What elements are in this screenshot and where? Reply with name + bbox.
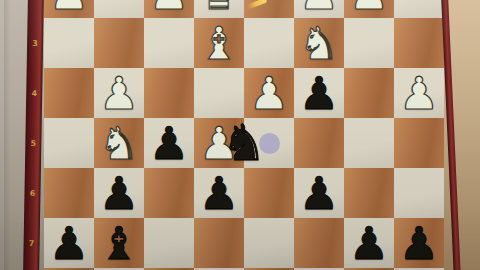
square-a5[interactable] bbox=[394, 118, 444, 168]
square-h6[interactable] bbox=[44, 168, 94, 218]
chess-board[interactable]: ♟♟♛♟♟♝♞♟♟♟♟♞♟♟♞♟♟♟♟♝♟♟ bbox=[44, 0, 444, 270]
square-g3[interactable] bbox=[94, 18, 144, 68]
square-c5[interactable] bbox=[294, 118, 344, 168]
piece-white-pawn-c2[interactable]: ♟ bbox=[294, 0, 344, 18]
piece-white-bishop-e3[interactable]: ♝ bbox=[194, 18, 244, 68]
piece-white-pawn-h2[interactable]: ♟ bbox=[44, 0, 94, 18]
square-d3[interactable] bbox=[244, 18, 294, 68]
square-b6[interactable] bbox=[344, 168, 394, 218]
square-d6[interactable] bbox=[244, 168, 294, 218]
square-a3[interactable] bbox=[394, 18, 444, 68]
rank-label-3: 3 bbox=[27, 39, 43, 48]
square-h4[interactable] bbox=[44, 68, 94, 118]
piece-black-pawn-h7[interactable]: ♟ bbox=[44, 218, 94, 268]
piece-white-pawn-b2[interactable]: ♟ bbox=[344, 0, 394, 18]
piece-black-pawn-e6[interactable]: ♟ bbox=[194, 168, 244, 218]
piece-white-pawn-f2[interactable]: ♟ bbox=[144, 0, 194, 18]
piece-black-bishop-g7[interactable]: ♝ bbox=[94, 218, 144, 268]
rank-label-6: 6 bbox=[24, 189, 40, 198]
square-h3[interactable] bbox=[44, 18, 94, 68]
piece-black-pawn-f5[interactable]: ♟ bbox=[144, 118, 194, 168]
dragged-piece-black-knight-d5[interactable]: ♞ bbox=[219, 118, 269, 168]
piece-black-pawn-g6[interactable]: ♟ bbox=[94, 168, 144, 218]
square-f7[interactable] bbox=[144, 218, 194, 268]
square-h5[interactable] bbox=[44, 118, 94, 168]
square-d7[interactable] bbox=[244, 218, 294, 268]
piece-white-knight-g5[interactable]: ♞ bbox=[94, 118, 144, 168]
square-a6[interactable] bbox=[394, 168, 444, 218]
square-b5[interactable] bbox=[344, 118, 394, 168]
piece-white-knight-c3[interactable]: ♞ bbox=[294, 18, 344, 68]
square-e7[interactable] bbox=[194, 218, 244, 268]
rank-label-5: 5 bbox=[25, 139, 41, 148]
square-b3[interactable] bbox=[344, 18, 394, 68]
piece-white-queen-e2[interactable]: ♛ bbox=[194, 0, 244, 18]
square-f3[interactable] bbox=[144, 18, 194, 68]
piece-black-pawn-c6[interactable]: ♟ bbox=[294, 168, 344, 218]
square-e4[interactable] bbox=[194, 68, 244, 118]
rank-label-7: 7 bbox=[24, 239, 40, 248]
square-g2[interactable] bbox=[94, 0, 144, 18]
piece-black-pawn-b7[interactable]: ♟ bbox=[344, 218, 394, 268]
screenshot-stage: ♟♟♛♟♟♝♞♟♟♟♟♞♟♟♞♟♟♟♟♝♟♟ 12345678 bbox=[0, 0, 480, 270]
square-a2[interactable] bbox=[394, 0, 444, 18]
piece-white-pawn-d4[interactable]: ♟ bbox=[244, 68, 294, 118]
piece-black-pawn-c4[interactable]: ♟ bbox=[294, 68, 344, 118]
piece-black-pawn-a7[interactable]: ♟ bbox=[394, 218, 444, 268]
square-b4[interactable] bbox=[344, 68, 394, 118]
piece-white-pawn-a4[interactable]: ♟ bbox=[394, 68, 444, 118]
square-f4[interactable] bbox=[144, 68, 194, 118]
square-f6[interactable] bbox=[144, 168, 194, 218]
rank-label-4: 4 bbox=[26, 89, 42, 98]
piece-white-pawn-g4[interactable]: ♟ bbox=[94, 68, 144, 118]
square-c7[interactable] bbox=[294, 218, 344, 268]
